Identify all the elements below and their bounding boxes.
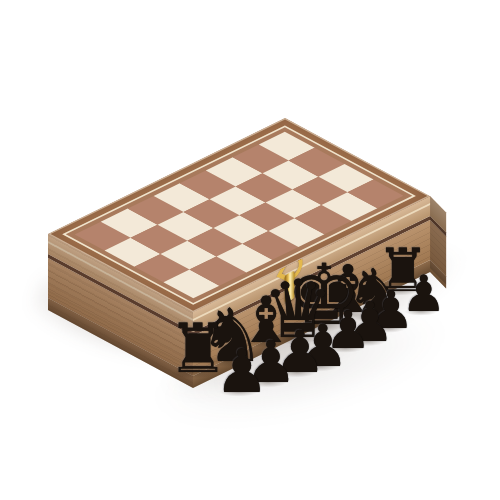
product-photo-chess-set: ♜ ♞ ♝ ♛ ♚ ♝ ♞ ♜ ♟ ♟ ♟ ♟ ♟ ♟ ♟ ♟ <box>0 0 500 500</box>
black-pawn-1: ♟ <box>215 341 269 401</box>
